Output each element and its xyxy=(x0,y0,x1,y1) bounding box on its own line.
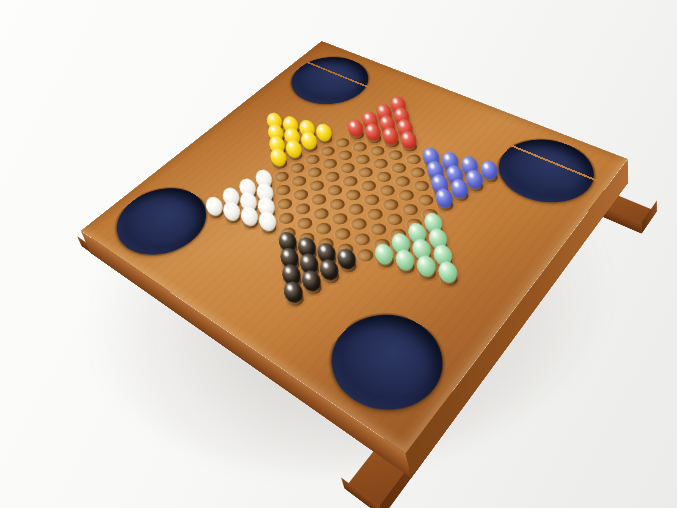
photo-scene xyxy=(0,0,677,508)
board-hole[interactable] xyxy=(355,154,370,165)
board-hole[interactable] xyxy=(335,138,350,148)
board-position-wrapper xyxy=(108,0,597,449)
